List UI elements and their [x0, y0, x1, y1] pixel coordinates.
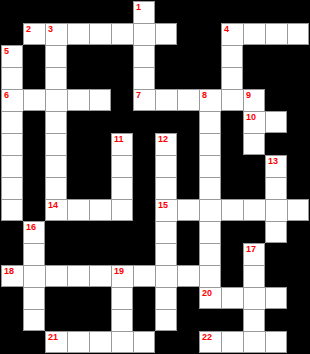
block-r6c13 — [287, 133, 309, 155]
block-r6c12 — [265, 133, 287, 155]
cell-r4c11[interactable]: 9 — [243, 89, 265, 111]
block-r8c10 — [221, 177, 243, 199]
block-r0c8 — [177, 1, 199, 23]
block-r2c5 — [111, 45, 133, 67]
cell-r15c11[interactable] — [243, 331, 265, 353]
block-r2c9 — [199, 45, 221, 67]
clue-number-8: 8 — [202, 91, 207, 100]
block-r2c7 — [155, 45, 177, 67]
block-r10c0 — [1, 221, 23, 243]
clue-number-3: 3 — [48, 25, 53, 34]
cell-r1c5[interactable] — [111, 23, 133, 45]
block-r14c10 — [221, 309, 243, 331]
cell-r9c8[interactable] — [177, 199, 199, 221]
cell-r1c6[interactable] — [133, 23, 155, 45]
block-r7c8 — [177, 155, 199, 177]
cell-r12c0[interactable]: 18 — [1, 265, 23, 287]
block-r12c10 — [221, 265, 243, 287]
block-r5c4 — [89, 111, 111, 133]
cell-r4c8[interactable] — [177, 89, 199, 111]
block-r3c11 — [243, 67, 265, 89]
cell-r0c6[interactable]: 1 — [133, 1, 155, 23]
block-r8c11 — [243, 177, 265, 199]
block-r13c13 — [287, 287, 309, 309]
cell-r8c5[interactable] — [111, 177, 133, 199]
cell-r5c12[interactable] — [265, 111, 287, 133]
cell-r8c7[interactable] — [155, 177, 177, 199]
cell-r5c9[interactable] — [199, 111, 221, 133]
block-r5c1 — [23, 111, 45, 133]
cell-r12c8[interactable] — [177, 265, 199, 287]
block-r11c5 — [111, 243, 133, 265]
block-r13c4 — [89, 287, 111, 309]
block-r3c8 — [177, 67, 199, 89]
clue-number-16: 16 — [26, 223, 36, 232]
block-r5c8 — [177, 111, 199, 133]
block-r14c8 — [177, 309, 199, 331]
block-r11c6 — [133, 243, 155, 265]
cell-r8c12[interactable] — [265, 177, 287, 199]
cell-r1c3[interactable] — [67, 23, 89, 45]
block-r11c8 — [177, 243, 199, 265]
clue-number-22: 22 — [202, 333, 212, 342]
block-r0c4 — [89, 1, 111, 23]
cell-r4c10[interactable] — [221, 89, 243, 111]
block-r0c11 — [243, 1, 265, 23]
cell-r11c11[interactable]: 17 — [243, 243, 265, 265]
cell-r9c12[interactable] — [265, 199, 287, 221]
block-r3c9 — [199, 67, 221, 89]
block-r0c3 — [67, 1, 89, 23]
cell-r3c6[interactable] — [133, 67, 155, 89]
cell-r2c10[interactable] — [221, 45, 243, 67]
clue-number-20: 20 — [202, 289, 212, 298]
cell-r3c0[interactable] — [1, 67, 23, 89]
block-r14c9 — [199, 309, 221, 331]
cell-r2c2[interactable] — [45, 45, 67, 67]
block-r14c2 — [45, 309, 67, 331]
clue-number-4: 4 — [224, 25, 229, 34]
cell-r13c11[interactable] — [243, 287, 265, 309]
block-r10c13 — [287, 221, 309, 243]
cell-r10c1[interactable]: 16 — [23, 221, 45, 243]
cell-r14c11[interactable] — [243, 309, 265, 331]
cell-r9c0[interactable] — [1, 199, 23, 221]
block-r0c12 — [265, 1, 287, 23]
cell-r12c1[interactable] — [23, 265, 45, 287]
cell-r2c6[interactable] — [133, 45, 155, 67]
block-r1c0 — [1, 23, 23, 45]
block-r4c5 — [111, 89, 133, 111]
block-r13c8 — [177, 287, 199, 309]
cell-r9c10[interactable] — [221, 199, 243, 221]
block-r6c4 — [89, 133, 111, 155]
cell-r3c10[interactable] — [221, 67, 243, 89]
block-r3c5 — [111, 67, 133, 89]
block-r3c4 — [89, 67, 111, 89]
clue-number-12: 12 — [158, 135, 168, 144]
block-r2c12 — [265, 45, 287, 67]
block-r0c7 — [155, 1, 177, 23]
clue-number-18: 18 — [4, 267, 14, 276]
block-r15c7 — [155, 331, 177, 353]
block-r7c10 — [221, 155, 243, 177]
cell-r10c7[interactable] — [155, 221, 177, 243]
block-r5c6 — [133, 111, 155, 133]
block-r7c1 — [23, 155, 45, 177]
block-r10c3 — [67, 221, 89, 243]
cell-r6c5[interactable]: 11 — [111, 133, 133, 155]
cell-r9c11[interactable] — [243, 199, 265, 221]
cell-r8c9[interactable] — [199, 177, 221, 199]
block-r7c11 — [243, 155, 265, 177]
block-r0c9 — [199, 1, 221, 23]
block-r6c6 — [133, 133, 155, 155]
cell-r1c7[interactable] — [155, 23, 177, 45]
cell-r5c0[interactable] — [1, 111, 23, 133]
block-r12c13 — [287, 265, 309, 287]
clue-number-2: 2 — [26, 25, 31, 34]
cell-r15c5[interactable] — [111, 331, 133, 353]
block-r11c10 — [221, 243, 243, 265]
clue-number-21: 21 — [48, 333, 58, 342]
block-r4c13 — [287, 89, 309, 111]
clue-number-11: 11 — [114, 135, 124, 144]
block-r0c1 — [23, 1, 45, 23]
block-r8c8 — [177, 177, 199, 199]
cell-r13c12[interactable] — [265, 287, 287, 309]
block-r0c5 — [111, 1, 133, 23]
cell-r7c12[interactable]: 13 — [265, 155, 287, 177]
block-r15c0 — [1, 331, 23, 353]
block-r2c4 — [89, 45, 111, 67]
cell-r6c7[interactable]: 12 — [155, 133, 177, 155]
cell-r15c4[interactable] — [89, 331, 111, 353]
block-r8c3 — [67, 177, 89, 199]
cell-r13c9[interactable]: 20 — [199, 287, 221, 309]
block-r14c4 — [89, 309, 111, 331]
block-r8c13 — [287, 177, 309, 199]
block-r5c7 — [155, 111, 177, 133]
cell-r15c9[interactable]: 22 — [199, 331, 221, 353]
crossword-puzzle-page: 12345678910111213141516171819202122 — [0, 0, 310, 354]
cell-r13c7[interactable] — [155, 287, 177, 309]
cell-r7c5[interactable] — [111, 155, 133, 177]
cell-r9c9[interactable] — [199, 199, 221, 221]
block-r15c8 — [177, 331, 199, 353]
cell-r12c3[interactable] — [67, 265, 89, 287]
cell-r4c0[interactable]: 6 — [1, 89, 23, 111]
block-r5c5 — [111, 111, 133, 133]
block-r3c3 — [67, 67, 89, 89]
cell-r15c12[interactable] — [265, 331, 287, 353]
block-r11c13 — [287, 243, 309, 265]
cell-r7c0[interactable] — [1, 155, 23, 177]
block-r14c0 — [1, 309, 23, 331]
clue-number-19: 19 — [114, 267, 124, 276]
cell-r8c2[interactable] — [45, 177, 67, 199]
block-r2c8 — [177, 45, 199, 67]
block-r5c13 — [287, 111, 309, 133]
block-r0c0 — [1, 1, 23, 23]
cell-r6c0[interactable] — [1, 133, 23, 155]
block-r0c13 — [287, 1, 309, 23]
cell-r3c2[interactable] — [45, 67, 67, 89]
cell-r9c7[interactable]: 15 — [155, 199, 177, 221]
block-r2c3 — [67, 45, 89, 67]
cell-r4c3[interactable] — [67, 89, 89, 111]
cell-r2c0[interactable]: 5 — [1, 45, 23, 67]
cell-r10c12[interactable] — [265, 221, 287, 243]
block-r2c11 — [243, 45, 265, 67]
cell-r14c7[interactable] — [155, 309, 177, 331]
block-r8c1 — [23, 177, 45, 199]
block-r10c5 — [111, 221, 133, 243]
cell-r15c3[interactable] — [67, 331, 89, 353]
block-r6c3 — [67, 133, 89, 155]
block-r15c1 — [23, 331, 45, 353]
block-r7c13 — [287, 155, 309, 177]
clue-number-6: 6 — [4, 91, 9, 100]
cell-r4c9[interactable]: 8 — [199, 89, 221, 111]
block-r0c10 — [221, 1, 243, 23]
cell-r1c11[interactable] — [243, 23, 265, 45]
block-r10c10 — [221, 221, 243, 243]
block-r9c1 — [23, 199, 45, 221]
block-r10c8 — [177, 221, 199, 243]
block-r4c12 — [265, 89, 287, 111]
cell-r7c9[interactable] — [199, 155, 221, 177]
block-r1c9 — [199, 23, 221, 45]
cell-r11c1[interactable] — [23, 243, 45, 265]
cell-r6c9[interactable] — [199, 133, 221, 155]
block-r10c6 — [133, 221, 155, 243]
block-r11c3 — [67, 243, 89, 265]
cell-r11c7[interactable] — [155, 243, 177, 265]
clue-number-13: 13 — [268, 157, 278, 166]
block-r13c3 — [67, 287, 89, 309]
clue-number-15: 15 — [158, 201, 168, 210]
cell-r1c10[interactable]: 4 — [221, 23, 243, 45]
cell-r1c12[interactable] — [265, 23, 287, 45]
cell-r7c7[interactable] — [155, 155, 177, 177]
block-r7c4 — [89, 155, 111, 177]
block-r13c0 — [1, 287, 23, 309]
clue-number-10: 10 — [246, 113, 256, 122]
block-r6c8 — [177, 133, 199, 155]
cell-r1c13[interactable] — [287, 23, 309, 45]
block-r5c10 — [221, 111, 243, 133]
cell-r12c9[interactable] — [199, 265, 221, 287]
cell-r6c2[interactable] — [45, 133, 67, 155]
block-r9c6 — [133, 199, 155, 221]
cell-r15c6[interactable] — [133, 331, 155, 353]
cell-r5c2[interactable] — [45, 111, 67, 133]
block-r3c12 — [265, 67, 287, 89]
cell-r12c11[interactable] — [243, 265, 265, 287]
clue-number-1: 1 — [136, 3, 141, 12]
cell-r14c1[interactable] — [23, 309, 45, 331]
block-r12c12 — [265, 265, 287, 287]
block-r3c7 — [155, 67, 177, 89]
block-r1c8 — [177, 23, 199, 45]
block-r14c13 — [287, 309, 309, 331]
clue-number-14: 14 — [48, 201, 58, 210]
block-r13c6 — [133, 287, 155, 309]
block-r2c13 — [287, 45, 309, 67]
cell-r5c11[interactable]: 10 — [243, 111, 265, 133]
block-r0c2 — [45, 1, 67, 23]
crossword-board: 12345678910111213141516171819202122 — [1, 1, 309, 353]
cell-r15c2[interactable]: 21 — [45, 331, 67, 353]
cell-r6c11[interactable] — [243, 133, 265, 155]
block-r11c4 — [89, 243, 111, 265]
cell-r1c2[interactable]: 3 — [45, 23, 67, 45]
cell-r12c2[interactable] — [45, 265, 67, 287]
block-r11c12 — [265, 243, 287, 265]
block-r8c6 — [133, 177, 155, 199]
clue-number-7: 7 — [136, 91, 141, 100]
block-r10c4 — [89, 221, 111, 243]
block-r7c6 — [133, 155, 155, 177]
block-r8c4 — [89, 177, 111, 199]
cell-r4c7[interactable] — [155, 89, 177, 111]
cell-r4c4[interactable] — [89, 89, 111, 111]
cell-r11c9[interactable] — [199, 243, 221, 265]
cell-r12c7[interactable] — [155, 265, 177, 287]
cell-r4c2[interactable] — [45, 89, 67, 111]
block-r3c13 — [287, 67, 309, 89]
block-r10c11 — [243, 221, 265, 243]
cell-r8c0[interactable] — [1, 177, 23, 199]
cell-r12c5[interactable]: 19 — [111, 265, 133, 287]
cell-r9c3[interactable] — [67, 199, 89, 221]
block-r14c3 — [67, 309, 89, 331]
block-r11c2 — [45, 243, 67, 265]
cell-r1c4[interactable] — [89, 23, 111, 45]
cell-r10c9[interactable] — [199, 221, 221, 243]
block-r13c2 — [45, 287, 67, 309]
cell-r9c2[interactable]: 14 — [45, 199, 67, 221]
clue-number-5: 5 — [4, 47, 9, 56]
block-r14c6 — [133, 309, 155, 331]
block-r11c0 — [1, 243, 23, 265]
block-r6c10 — [221, 133, 243, 155]
cell-r14c5[interactable] — [111, 309, 133, 331]
block-r6c1 — [23, 133, 45, 155]
block-r2c1 — [23, 45, 45, 67]
cell-r4c6[interactable]: 7 — [133, 89, 155, 111]
cell-r13c10[interactable] — [221, 287, 243, 309]
block-r14c12 — [265, 309, 287, 331]
cell-r9c4[interactable] — [89, 199, 111, 221]
cell-r12c4[interactable] — [89, 265, 111, 287]
block-r10c2 — [45, 221, 67, 243]
cell-r15c10[interactable] — [221, 331, 243, 353]
block-r15c13 — [287, 331, 309, 353]
cell-r1c1[interactable]: 2 — [23, 23, 45, 45]
cell-r12c6[interactable] — [133, 265, 155, 287]
cell-r13c1[interactable] — [23, 287, 45, 309]
block-r7c3 — [67, 155, 89, 177]
cell-r9c5[interactable] — [111, 199, 133, 221]
block-r5c3 — [67, 111, 89, 133]
clue-number-17: 17 — [246, 245, 256, 254]
cell-r4c1[interactable] — [23, 89, 45, 111]
clue-number-9: 9 — [246, 91, 251, 100]
cell-r7c2[interactable] — [45, 155, 67, 177]
cell-r13c5[interactable] — [111, 287, 133, 309]
block-r3c1 — [23, 67, 45, 89]
cell-r9c13[interactable] — [287, 199, 309, 221]
